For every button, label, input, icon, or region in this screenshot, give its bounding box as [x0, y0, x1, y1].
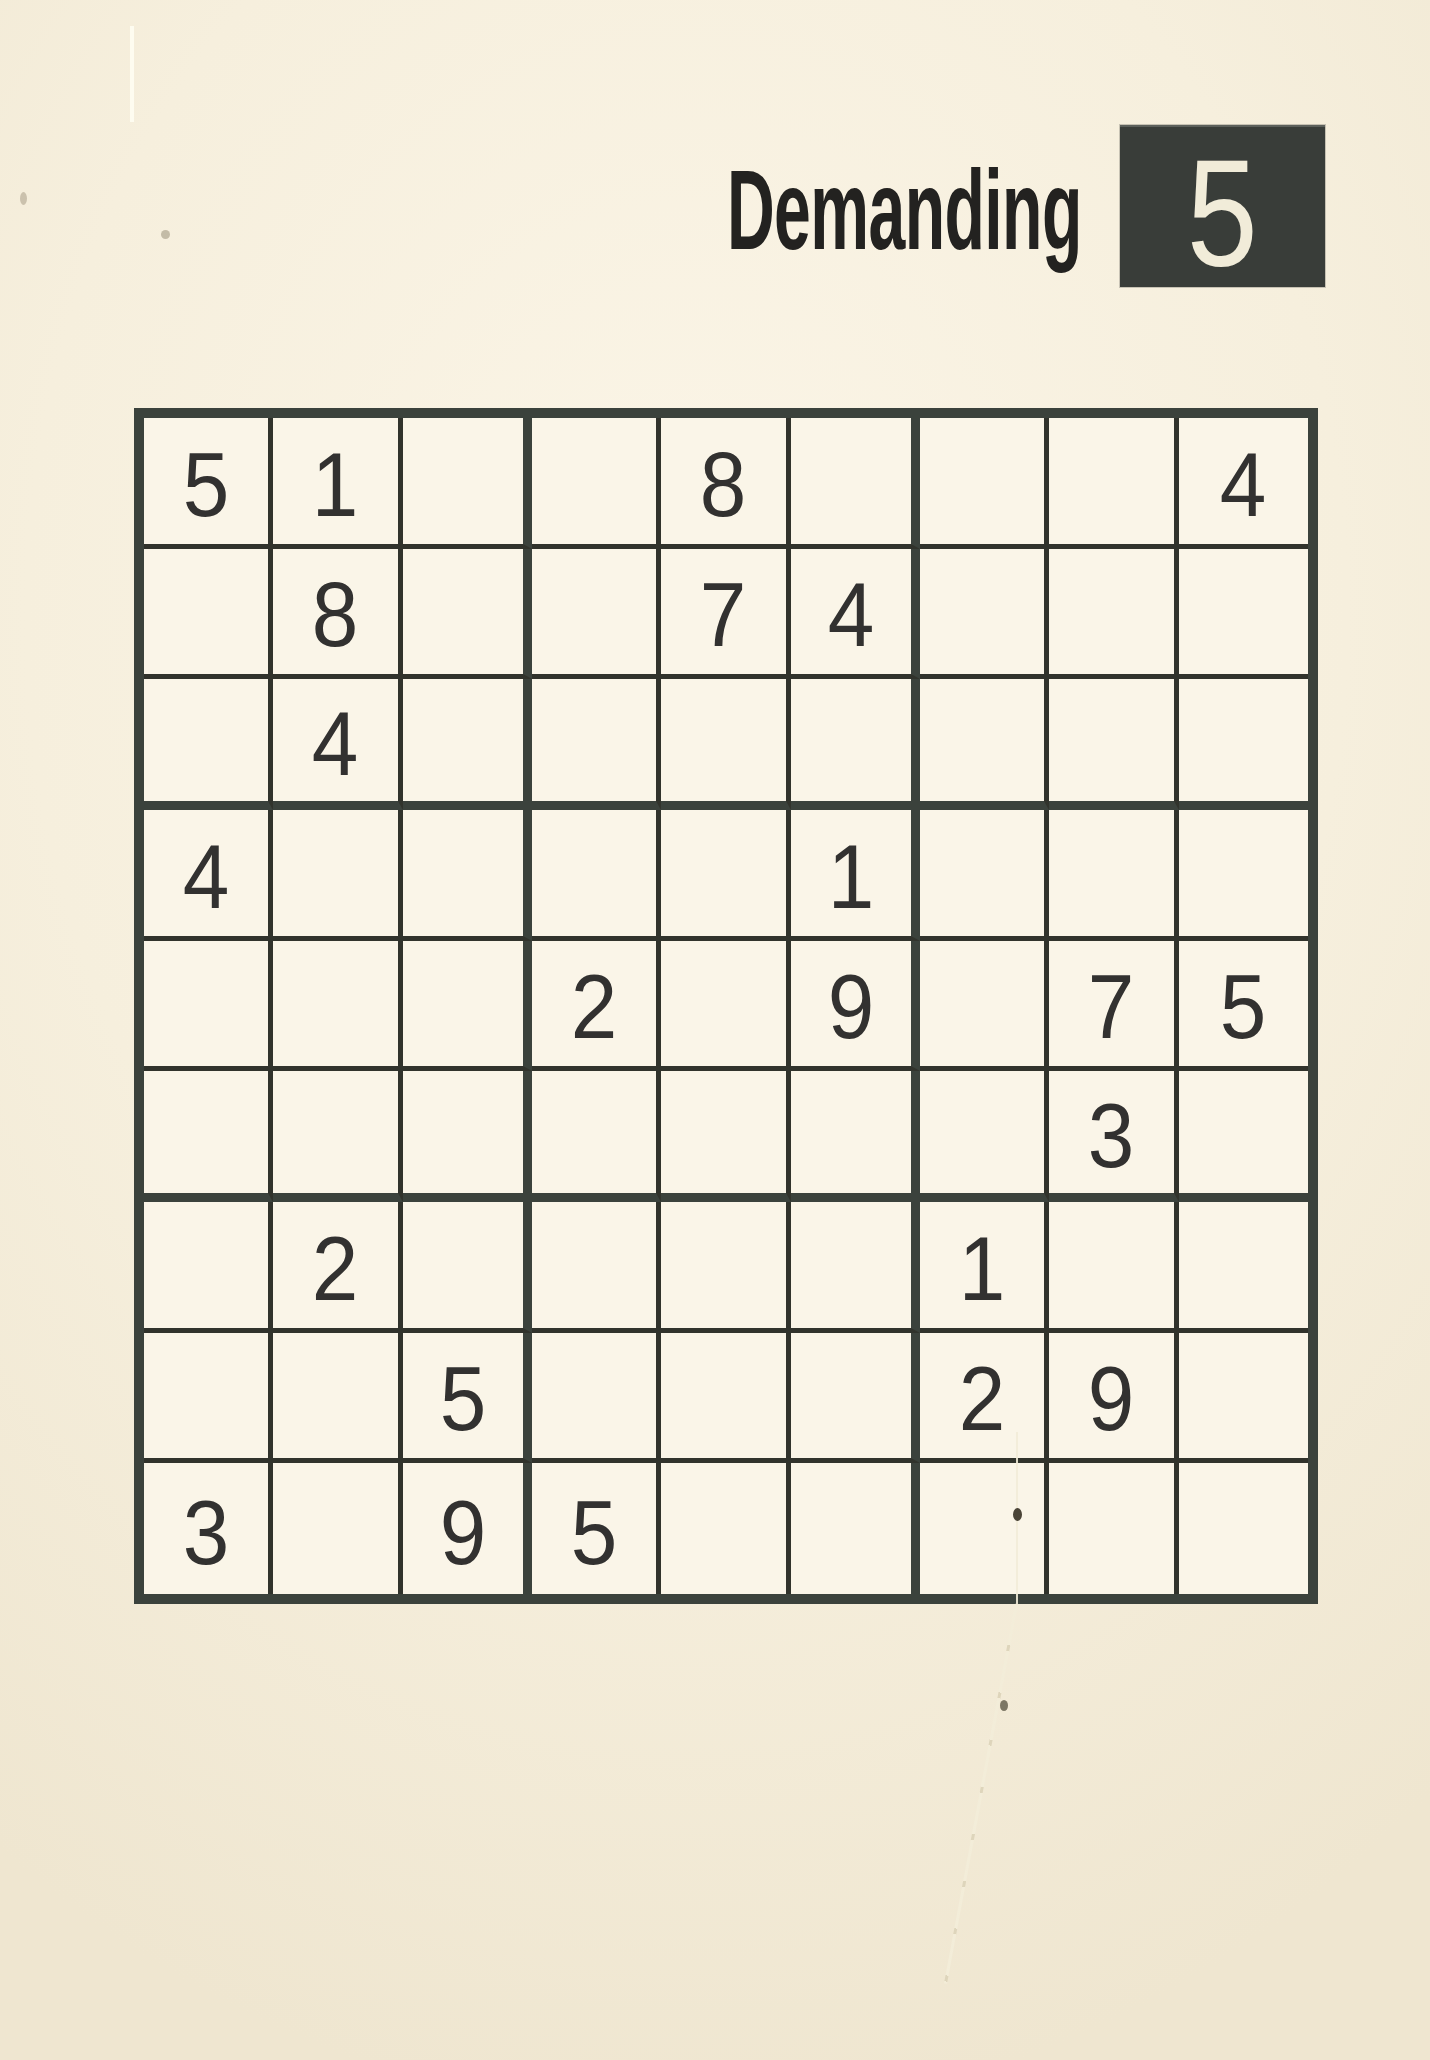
cell-r8c2[interactable]	[273, 1333, 402, 1464]
cell-r9c5[interactable]	[661, 1463, 790, 1594]
cell-r6c2[interactable]	[273, 1071, 402, 1202]
puzzle-number-badge: 5	[1120, 125, 1325, 287]
cell-r3c3[interactable]	[403, 679, 532, 810]
cell-r3c6[interactable]	[791, 679, 920, 810]
cell-r1c1[interactable]: 5	[144, 418, 273, 549]
cell-r7c8[interactable]	[1049, 1202, 1178, 1333]
cell-r4c6[interactable]: 1	[791, 810, 920, 941]
cell-r5c1[interactable]	[144, 941, 273, 1072]
cell-r9c2[interactable]	[273, 1463, 402, 1594]
cell-r1c9[interactable]: 4	[1179, 418, 1308, 549]
cell-r2c8[interactable]	[1049, 549, 1178, 680]
cell-r9c6[interactable]	[791, 1463, 920, 1594]
given-digit: 1	[959, 1224, 1006, 1314]
given-digit: 1	[312, 440, 359, 530]
cell-r6c6[interactable]	[791, 1071, 920, 1202]
cell-r8c9[interactable]	[1179, 1333, 1308, 1464]
cell-r9c4[interactable]: 5	[532, 1463, 661, 1594]
cell-r2c3[interactable]	[403, 549, 532, 680]
cell-r7c4[interactable]	[532, 1202, 661, 1333]
given-digit: 8	[312, 570, 359, 660]
given-digit: 2	[312, 1224, 359, 1314]
cell-r7c7[interactable]: 1	[920, 1202, 1049, 1333]
cell-r3c4[interactable]	[532, 679, 661, 810]
cell-r8c5[interactable]	[661, 1333, 790, 1464]
cell-r4c4[interactable]	[532, 810, 661, 941]
cell-r1c6[interactable]	[791, 418, 920, 549]
cell-r1c7[interactable]	[920, 418, 1049, 549]
cell-r7c6[interactable]	[791, 1202, 920, 1333]
given-digit: 5	[1220, 962, 1267, 1052]
scan-scratch-mark	[944, 1604, 1018, 1984]
given-digit: 9	[440, 1488, 487, 1578]
cell-r9c7[interactable]	[920, 1463, 1049, 1594]
cell-r8c1[interactable]	[144, 1333, 273, 1464]
cell-r9c9[interactable]	[1179, 1463, 1308, 1594]
cell-r9c8[interactable]	[1049, 1463, 1178, 1594]
cell-r2c6[interactable]: 4	[791, 549, 920, 680]
cell-r5c5[interactable]	[661, 941, 790, 1072]
given-digit: 4	[1220, 440, 1267, 530]
cell-r6c8[interactable]: 3	[1049, 1071, 1178, 1202]
given-digit: 4	[183, 832, 230, 922]
cell-r1c5[interactable]: 8	[661, 418, 790, 549]
given-digit: 5	[571, 1488, 618, 1578]
cell-r6c3[interactable]	[403, 1071, 532, 1202]
cell-r1c8[interactable]	[1049, 418, 1178, 549]
cell-r6c4[interactable]	[532, 1071, 661, 1202]
given-digit: 2	[571, 962, 618, 1052]
given-digit: 8	[700, 440, 747, 530]
cell-r7c5[interactable]	[661, 1202, 790, 1333]
cell-r9c3[interactable]: 9	[403, 1463, 532, 1594]
cell-r4c7[interactable]	[920, 810, 1049, 941]
cell-r7c9[interactable]	[1179, 1202, 1308, 1333]
cell-r5c3[interactable]	[403, 941, 532, 1072]
cell-r1c2[interactable]: 1	[273, 418, 402, 549]
puzzle-number: 5	[1187, 123, 1258, 289]
cell-r2c9[interactable]	[1179, 549, 1308, 680]
scan-scratch-dot	[1000, 1700, 1008, 1711]
given-digit: 9	[828, 962, 875, 1052]
cell-r7c2[interactable]: 2	[273, 1202, 402, 1333]
scan-speck-artifact	[20, 192, 27, 205]
cell-r3c5[interactable]	[661, 679, 790, 810]
book-page: Demanding 5 51848744412975321529395	[0, 0, 1430, 2060]
cell-r3c8[interactable]	[1049, 679, 1178, 810]
cell-r7c1[interactable]	[144, 1202, 273, 1333]
given-digit: 5	[183, 440, 230, 530]
cell-r4c5[interactable]	[661, 810, 790, 941]
cell-r2c7[interactable]	[920, 549, 1049, 680]
cell-r8c4[interactable]	[532, 1333, 661, 1464]
given-digit: 4	[828, 570, 875, 660]
cell-r2c1[interactable]	[144, 549, 273, 680]
cell-r5c4[interactable]: 2	[532, 941, 661, 1072]
cell-r5c8[interactable]: 7	[1049, 941, 1178, 1072]
cell-r6c1[interactable]	[144, 1071, 273, 1202]
cell-r3c7[interactable]	[920, 679, 1049, 810]
cell-r4c1[interactable]: 4	[144, 810, 273, 941]
cell-r9c1[interactable]: 3	[144, 1463, 273, 1594]
puzzle-header: Demanding 5	[470, 125, 1325, 287]
cell-r8c6[interactable]	[791, 1333, 920, 1464]
cell-r6c9[interactable]	[1179, 1071, 1308, 1202]
cell-r6c5[interactable]	[661, 1071, 790, 1202]
cell-r5c7[interactable]	[920, 941, 1049, 1072]
given-digit: 4	[312, 699, 359, 789]
given-digit: 2	[959, 1354, 1006, 1444]
cell-r2c4[interactable]	[532, 549, 661, 680]
cell-r1c4[interactable]	[532, 418, 661, 549]
cell-r4c8[interactable]	[1049, 810, 1178, 941]
cell-r3c1[interactable]	[144, 679, 273, 810]
given-digit: 1	[828, 832, 875, 922]
given-digit: 5	[440, 1354, 487, 1444]
cell-r5c6[interactable]: 9	[791, 941, 920, 1072]
cell-r8c3[interactable]: 5	[403, 1333, 532, 1464]
scan-streak-artifact	[130, 26, 134, 122]
sudoku-board: 51848744412975321529395	[134, 408, 1318, 1604]
cell-r3c2[interactable]: 4	[273, 679, 402, 810]
given-digit: 3	[183, 1488, 230, 1578]
cell-r4c3[interactable]	[403, 810, 532, 941]
cell-r8c8[interactable]: 9	[1049, 1333, 1178, 1464]
cell-r4c9[interactable]	[1179, 810, 1308, 941]
given-digit: 9	[1088, 1354, 1135, 1444]
cell-r5c9[interactable]: 5	[1179, 941, 1308, 1072]
given-digit: 7	[1088, 962, 1135, 1052]
cell-r2c5[interactable]: 7	[661, 549, 790, 680]
scan-scratch-dot	[1013, 1508, 1022, 1521]
cell-r6c7[interactable]	[920, 1071, 1049, 1202]
cell-r7c3[interactable]	[403, 1202, 532, 1333]
given-digit: 7	[700, 570, 747, 660]
cell-r5c2[interactable]	[273, 941, 402, 1072]
cell-r4c2[interactable]	[273, 810, 402, 941]
cell-r8c7[interactable]: 2	[920, 1333, 1049, 1464]
cell-r3c9[interactable]	[1179, 679, 1308, 810]
cell-r2c2[interactable]: 8	[273, 549, 402, 680]
difficulty-label: Demanding	[727, 153, 1082, 267]
scan-speck-artifact	[161, 230, 170, 239]
cell-r1c3[interactable]	[403, 418, 532, 549]
given-digit: 3	[1088, 1091, 1135, 1181]
